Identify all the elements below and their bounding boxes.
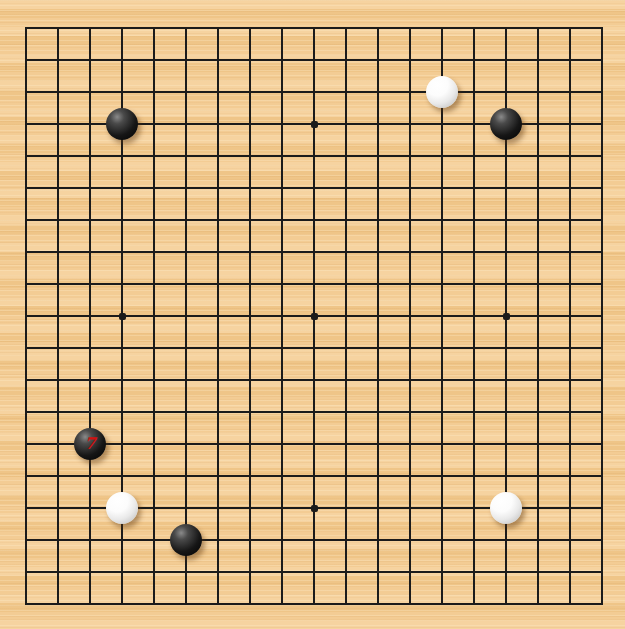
board-intersection[interactable] bbox=[458, 556, 490, 588]
board-intersection[interactable] bbox=[10, 300, 42, 332]
board-intersection[interactable] bbox=[298, 556, 330, 588]
board-intersection[interactable] bbox=[266, 556, 298, 588]
board-intersection[interactable] bbox=[522, 44, 554, 76]
board-intersection[interactable] bbox=[170, 236, 202, 268]
board-intersection[interactable] bbox=[138, 556, 170, 588]
board-intersection[interactable] bbox=[586, 12, 618, 44]
board-intersection[interactable] bbox=[362, 396, 394, 428]
board-intersection[interactable]: 7 bbox=[74, 428, 106, 460]
board-intersection[interactable] bbox=[298, 364, 330, 396]
board-intersection[interactable] bbox=[298, 428, 330, 460]
board-intersection[interactable] bbox=[586, 204, 618, 236]
board-intersection[interactable] bbox=[522, 300, 554, 332]
board-intersection[interactable] bbox=[106, 300, 138, 332]
board-intersection[interactable] bbox=[458, 428, 490, 460]
board-intersection[interactable] bbox=[266, 140, 298, 172]
board-intersection[interactable] bbox=[490, 396, 522, 428]
board-intersection[interactable] bbox=[42, 108, 74, 140]
board-intersection[interactable] bbox=[10, 76, 42, 108]
board-intersection[interactable] bbox=[554, 204, 586, 236]
board-intersection[interactable] bbox=[298, 76, 330, 108]
board-intersection[interactable] bbox=[458, 108, 490, 140]
board-intersection[interactable] bbox=[74, 172, 106, 204]
board-intersection[interactable] bbox=[330, 268, 362, 300]
board-intersection[interactable] bbox=[458, 44, 490, 76]
board-intersection[interactable] bbox=[74, 300, 106, 332]
board-intersection[interactable] bbox=[362, 588, 394, 620]
board-intersection[interactable] bbox=[522, 332, 554, 364]
board-intersection[interactable] bbox=[522, 460, 554, 492]
board-intersection[interactable] bbox=[42, 44, 74, 76]
board-intersection[interactable] bbox=[170, 332, 202, 364]
board-intersection[interactable] bbox=[522, 236, 554, 268]
board-intersection[interactable] bbox=[170, 44, 202, 76]
board-intersection[interactable] bbox=[330, 140, 362, 172]
board-intersection[interactable] bbox=[426, 332, 458, 364]
board-intersection[interactable] bbox=[522, 204, 554, 236]
board-intersection[interactable] bbox=[298, 12, 330, 44]
board-intersection[interactable] bbox=[426, 492, 458, 524]
board-intersection[interactable] bbox=[490, 300, 522, 332]
board-intersection[interactable] bbox=[426, 76, 458, 108]
board-intersection[interactable] bbox=[106, 364, 138, 396]
board-intersection[interactable] bbox=[362, 12, 394, 44]
board-intersection[interactable] bbox=[490, 492, 522, 524]
board-intersection[interactable] bbox=[362, 108, 394, 140]
board-intersection[interactable] bbox=[554, 76, 586, 108]
board-intersection[interactable] bbox=[298, 460, 330, 492]
board-intersection[interactable] bbox=[586, 396, 618, 428]
board-intersection[interactable] bbox=[330, 556, 362, 588]
board-intersection[interactable] bbox=[10, 588, 42, 620]
board-intersection[interactable] bbox=[554, 12, 586, 44]
board-intersection[interactable] bbox=[42, 12, 74, 44]
board-intersection[interactable] bbox=[458, 460, 490, 492]
board-intersection[interactable] bbox=[138, 236, 170, 268]
board-intersection[interactable] bbox=[362, 492, 394, 524]
board-intersection[interactable] bbox=[586, 588, 618, 620]
board-intersection[interactable] bbox=[426, 428, 458, 460]
board-intersection[interactable] bbox=[458, 524, 490, 556]
board-intersection[interactable] bbox=[106, 140, 138, 172]
board-intersection[interactable] bbox=[202, 524, 234, 556]
board-intersection[interactable] bbox=[330, 428, 362, 460]
board-intersection[interactable] bbox=[42, 268, 74, 300]
board-intersection[interactable] bbox=[490, 108, 522, 140]
board-intersection[interactable] bbox=[554, 44, 586, 76]
board-intersection[interactable] bbox=[106, 460, 138, 492]
board-intersection[interactable] bbox=[298, 44, 330, 76]
board-intersection[interactable] bbox=[522, 364, 554, 396]
board-intersection[interactable] bbox=[298, 236, 330, 268]
board-intersection[interactable] bbox=[554, 300, 586, 332]
board-intersection[interactable] bbox=[106, 396, 138, 428]
board-intersection[interactable] bbox=[42, 76, 74, 108]
board-intersection[interactable] bbox=[74, 364, 106, 396]
board-intersection[interactable] bbox=[10, 108, 42, 140]
board-intersection[interactable] bbox=[394, 492, 426, 524]
board-intersection[interactable] bbox=[234, 524, 266, 556]
board-intersection[interactable] bbox=[458, 300, 490, 332]
board-intersection[interactable] bbox=[426, 364, 458, 396]
board-intersection[interactable] bbox=[74, 556, 106, 588]
board-intersection[interactable] bbox=[458, 492, 490, 524]
board-intersection[interactable] bbox=[266, 268, 298, 300]
board-intersection[interactable] bbox=[10, 268, 42, 300]
board-intersection[interactable] bbox=[234, 556, 266, 588]
board-intersection[interactable] bbox=[426, 236, 458, 268]
board-intersection[interactable] bbox=[42, 396, 74, 428]
board-intersection[interactable] bbox=[586, 44, 618, 76]
board-intersection[interactable] bbox=[522, 268, 554, 300]
board-intersection[interactable] bbox=[426, 108, 458, 140]
board-intersection[interactable] bbox=[170, 172, 202, 204]
board-intersection[interactable] bbox=[170, 108, 202, 140]
board-intersection[interactable] bbox=[490, 332, 522, 364]
board-intersection[interactable] bbox=[298, 524, 330, 556]
board-intersection[interactable] bbox=[490, 524, 522, 556]
board-intersection[interactable] bbox=[330, 300, 362, 332]
board-intersection[interactable] bbox=[330, 396, 362, 428]
board-intersection[interactable] bbox=[298, 588, 330, 620]
board-intersection[interactable] bbox=[298, 492, 330, 524]
board-intersection[interactable] bbox=[202, 12, 234, 44]
board-intersection[interactable] bbox=[426, 268, 458, 300]
board-intersection[interactable] bbox=[42, 236, 74, 268]
board-intersection[interactable] bbox=[522, 140, 554, 172]
board-intersection[interactable] bbox=[170, 524, 202, 556]
board-intersection[interactable] bbox=[106, 524, 138, 556]
board-intersection[interactable] bbox=[170, 364, 202, 396]
board-intersection[interactable] bbox=[394, 332, 426, 364]
board-intersection[interactable] bbox=[362, 556, 394, 588]
board-intersection[interactable] bbox=[522, 172, 554, 204]
board-intersection[interactable] bbox=[138, 108, 170, 140]
board-intersection[interactable] bbox=[330, 460, 362, 492]
board-intersection[interactable] bbox=[490, 44, 522, 76]
board-intersection[interactable] bbox=[458, 236, 490, 268]
board-intersection[interactable] bbox=[202, 588, 234, 620]
board-intersection[interactable] bbox=[298, 268, 330, 300]
board-intersection[interactable] bbox=[74, 268, 106, 300]
board-intersection[interactable] bbox=[234, 364, 266, 396]
board-intersection[interactable] bbox=[266, 108, 298, 140]
board-intersection[interactable] bbox=[74, 76, 106, 108]
board-intersection[interactable] bbox=[330, 236, 362, 268]
board-intersection[interactable] bbox=[106, 428, 138, 460]
board-intersection[interactable] bbox=[522, 588, 554, 620]
board-intersection[interactable] bbox=[362, 428, 394, 460]
board-intersection[interactable] bbox=[298, 396, 330, 428]
board-intersection[interactable] bbox=[266, 588, 298, 620]
board-intersection[interactable] bbox=[10, 236, 42, 268]
board-intersection[interactable] bbox=[554, 172, 586, 204]
board-intersection[interactable] bbox=[138, 524, 170, 556]
board-intersection[interactable] bbox=[586, 524, 618, 556]
board-intersection[interactable] bbox=[202, 236, 234, 268]
board-intersection[interactable] bbox=[42, 428, 74, 460]
board-intersection[interactable] bbox=[394, 588, 426, 620]
board-intersection[interactable] bbox=[138, 140, 170, 172]
board-intersection[interactable] bbox=[586, 556, 618, 588]
board-intersection[interactable] bbox=[234, 428, 266, 460]
board-intersection[interactable] bbox=[522, 492, 554, 524]
board-intersection[interactable] bbox=[298, 300, 330, 332]
board-intersection[interactable] bbox=[10, 492, 42, 524]
board-intersection[interactable] bbox=[554, 588, 586, 620]
board-intersection[interactable] bbox=[138, 588, 170, 620]
board-intersection[interactable] bbox=[106, 12, 138, 44]
board-intersection[interactable] bbox=[490, 76, 522, 108]
board-intersection[interactable] bbox=[74, 396, 106, 428]
board-intersection[interactable] bbox=[490, 460, 522, 492]
board-intersection[interactable] bbox=[266, 76, 298, 108]
board-intersection[interactable] bbox=[170, 588, 202, 620]
board-intersection[interactable] bbox=[266, 524, 298, 556]
board-intersection[interactable] bbox=[458, 172, 490, 204]
board-intersection[interactable] bbox=[74, 12, 106, 44]
board-intersection[interactable] bbox=[394, 556, 426, 588]
board-intersection[interactable] bbox=[266, 12, 298, 44]
board-intersection[interactable] bbox=[42, 204, 74, 236]
board-intersection[interactable] bbox=[490, 268, 522, 300]
board-intersection[interactable] bbox=[362, 204, 394, 236]
board-intersection[interactable] bbox=[298, 332, 330, 364]
board-intersection[interactable] bbox=[202, 428, 234, 460]
board-intersection[interactable] bbox=[554, 524, 586, 556]
board-intersection[interactable] bbox=[458, 396, 490, 428]
board-intersection[interactable] bbox=[554, 492, 586, 524]
board-intersection[interactable] bbox=[266, 236, 298, 268]
board-intersection[interactable] bbox=[586, 300, 618, 332]
board-intersection[interactable] bbox=[234, 108, 266, 140]
board-intersection[interactable] bbox=[394, 524, 426, 556]
board-intersection[interactable] bbox=[586, 140, 618, 172]
board-intersection[interactable] bbox=[554, 268, 586, 300]
board-intersection[interactable] bbox=[170, 396, 202, 428]
board-intersection[interactable] bbox=[42, 492, 74, 524]
board-intersection[interactable] bbox=[202, 460, 234, 492]
board-intersection[interactable] bbox=[106, 588, 138, 620]
board-intersection[interactable] bbox=[202, 44, 234, 76]
board-intersection[interactable] bbox=[170, 428, 202, 460]
board-intersection[interactable] bbox=[586, 76, 618, 108]
board-intersection[interactable] bbox=[394, 364, 426, 396]
board-intersection[interactable] bbox=[266, 492, 298, 524]
board-intersection[interactable] bbox=[138, 76, 170, 108]
board-intersection[interactable] bbox=[106, 44, 138, 76]
board-intersection[interactable] bbox=[394, 172, 426, 204]
board-intersection[interactable] bbox=[10, 428, 42, 460]
board-intersection[interactable] bbox=[138, 172, 170, 204]
board-intersection[interactable] bbox=[74, 588, 106, 620]
board-intersection[interactable] bbox=[330, 492, 362, 524]
board-intersection[interactable] bbox=[234, 12, 266, 44]
board-intersection[interactable] bbox=[138, 268, 170, 300]
board-intersection[interactable] bbox=[298, 140, 330, 172]
board-intersection[interactable] bbox=[522, 524, 554, 556]
board-intersection[interactable] bbox=[10, 524, 42, 556]
board-intersection[interactable] bbox=[266, 460, 298, 492]
board-intersection[interactable] bbox=[330, 204, 362, 236]
board-intersection[interactable] bbox=[330, 12, 362, 44]
board-intersection[interactable] bbox=[490, 172, 522, 204]
board-intersection[interactable] bbox=[330, 76, 362, 108]
board-intersection[interactable] bbox=[362, 268, 394, 300]
board-intersection[interactable] bbox=[234, 492, 266, 524]
board-intersection[interactable] bbox=[362, 524, 394, 556]
board-intersection[interactable] bbox=[426, 44, 458, 76]
board-intersection[interactable] bbox=[170, 460, 202, 492]
board-intersection[interactable] bbox=[394, 300, 426, 332]
board-intersection[interactable] bbox=[394, 236, 426, 268]
board-intersection[interactable] bbox=[330, 332, 362, 364]
board-intersection[interactable] bbox=[10, 332, 42, 364]
board-intersection[interactable] bbox=[490, 588, 522, 620]
board-intersection[interactable] bbox=[42, 140, 74, 172]
board-intersection[interactable] bbox=[234, 172, 266, 204]
board-intersection[interactable] bbox=[106, 172, 138, 204]
board-intersection[interactable] bbox=[170, 204, 202, 236]
board-intersection[interactable] bbox=[106, 76, 138, 108]
board-intersection[interactable] bbox=[586, 364, 618, 396]
board-intersection[interactable] bbox=[234, 460, 266, 492]
board-intersection[interactable] bbox=[74, 332, 106, 364]
board-intersection[interactable] bbox=[74, 108, 106, 140]
board-intersection[interactable] bbox=[202, 204, 234, 236]
board-intersection[interactable] bbox=[394, 428, 426, 460]
board-intersection[interactable] bbox=[266, 396, 298, 428]
board-intersection[interactable] bbox=[106, 332, 138, 364]
board-intersection[interactable] bbox=[106, 492, 138, 524]
board-intersection[interactable] bbox=[234, 300, 266, 332]
board-intersection[interactable] bbox=[362, 76, 394, 108]
board-intersection[interactable] bbox=[330, 108, 362, 140]
board-intersection[interactable] bbox=[234, 588, 266, 620]
board-intersection[interactable] bbox=[74, 140, 106, 172]
board-intersection[interactable] bbox=[554, 236, 586, 268]
board-intersection[interactable] bbox=[202, 140, 234, 172]
board-intersection[interactable] bbox=[586, 332, 618, 364]
board-intersection[interactable] bbox=[74, 236, 106, 268]
board-intersection[interactable] bbox=[394, 460, 426, 492]
board-intersection[interactable] bbox=[426, 172, 458, 204]
board-intersection[interactable] bbox=[554, 364, 586, 396]
board-intersection[interactable] bbox=[202, 556, 234, 588]
board-intersection[interactable] bbox=[106, 268, 138, 300]
board-intersection[interactable] bbox=[586, 108, 618, 140]
board-intersection[interactable] bbox=[586, 428, 618, 460]
board-intersection[interactable] bbox=[586, 268, 618, 300]
board-intersection[interactable] bbox=[554, 428, 586, 460]
board-intersection[interactable] bbox=[234, 76, 266, 108]
board-intersection[interactable] bbox=[490, 428, 522, 460]
board-intersection[interactable] bbox=[10, 396, 42, 428]
board-intersection[interactable] bbox=[170, 268, 202, 300]
board-intersection[interactable] bbox=[554, 332, 586, 364]
board-intersection[interactable] bbox=[330, 588, 362, 620]
board-intersection[interactable] bbox=[138, 492, 170, 524]
board-intersection[interactable] bbox=[554, 108, 586, 140]
board-intersection[interactable] bbox=[170, 76, 202, 108]
board-intersection[interactable] bbox=[554, 460, 586, 492]
board-intersection[interactable] bbox=[10, 172, 42, 204]
board-intersection[interactable] bbox=[266, 204, 298, 236]
board-intersection[interactable] bbox=[10, 140, 42, 172]
board-intersection[interactable] bbox=[234, 332, 266, 364]
board-intersection[interactable] bbox=[490, 140, 522, 172]
board-intersection[interactable] bbox=[74, 204, 106, 236]
board-intersection[interactable] bbox=[426, 588, 458, 620]
board-intersection[interactable] bbox=[394, 44, 426, 76]
board-intersection[interactable] bbox=[586, 236, 618, 268]
board-intersection[interactable] bbox=[458, 364, 490, 396]
board-intersection[interactable] bbox=[458, 12, 490, 44]
board-intersection[interactable] bbox=[202, 364, 234, 396]
board-intersection[interactable] bbox=[42, 172, 74, 204]
board-intersection[interactable] bbox=[426, 556, 458, 588]
board-intersection[interactable] bbox=[394, 396, 426, 428]
board-intersection[interactable] bbox=[202, 172, 234, 204]
board-intersection[interactable] bbox=[426, 460, 458, 492]
board-intersection[interactable] bbox=[106, 108, 138, 140]
board-intersection[interactable] bbox=[554, 396, 586, 428]
board-intersection[interactable] bbox=[266, 300, 298, 332]
board-intersection[interactable] bbox=[10, 12, 42, 44]
board-intersection[interactable] bbox=[330, 524, 362, 556]
board-intersection[interactable] bbox=[426, 524, 458, 556]
board-intersection[interactable] bbox=[202, 268, 234, 300]
board-intersection[interactable] bbox=[298, 172, 330, 204]
board-intersection[interactable] bbox=[426, 140, 458, 172]
board-intersection[interactable] bbox=[522, 12, 554, 44]
board-intersection[interactable] bbox=[202, 332, 234, 364]
board-intersection[interactable] bbox=[394, 140, 426, 172]
board-intersection[interactable] bbox=[202, 396, 234, 428]
board-intersection[interactable] bbox=[458, 332, 490, 364]
board-intersection[interactable] bbox=[10, 44, 42, 76]
board-intersection[interactable] bbox=[266, 428, 298, 460]
board-intersection[interactable] bbox=[458, 76, 490, 108]
board-intersection[interactable] bbox=[362, 364, 394, 396]
board-intersection[interactable] bbox=[522, 76, 554, 108]
board-intersection[interactable] bbox=[266, 364, 298, 396]
board-intersection[interactable] bbox=[10, 204, 42, 236]
board-intersection[interactable] bbox=[362, 300, 394, 332]
board-intersection[interactable] bbox=[426, 204, 458, 236]
board-intersection[interactable] bbox=[586, 460, 618, 492]
board-intersection[interactable] bbox=[234, 140, 266, 172]
board-intersection[interactable] bbox=[170, 140, 202, 172]
board-intersection[interactable] bbox=[234, 268, 266, 300]
board-intersection[interactable] bbox=[490, 364, 522, 396]
board-intersection[interactable] bbox=[42, 588, 74, 620]
board-intersection[interactable] bbox=[10, 364, 42, 396]
board-intersection[interactable] bbox=[362, 460, 394, 492]
board-intersection[interactable] bbox=[266, 44, 298, 76]
board-intersection[interactable] bbox=[586, 492, 618, 524]
board-intersection[interactable] bbox=[170, 300, 202, 332]
board-intersection[interactable] bbox=[458, 204, 490, 236]
board-intersection[interactable] bbox=[138, 428, 170, 460]
board-intersection[interactable] bbox=[170, 556, 202, 588]
board-intersection[interactable] bbox=[362, 332, 394, 364]
board-intersection[interactable] bbox=[490, 556, 522, 588]
board-intersection[interactable] bbox=[10, 460, 42, 492]
board-intersection[interactable] bbox=[362, 140, 394, 172]
board-intersection[interactable] bbox=[362, 236, 394, 268]
board-intersection[interactable] bbox=[298, 204, 330, 236]
